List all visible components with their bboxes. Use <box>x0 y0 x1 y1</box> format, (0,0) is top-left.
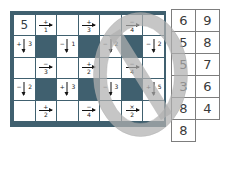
arrow-right-icon <box>82 67 95 68</box>
op-cell-r1c6: −4 <box>122 15 143 35</box>
op-cell-r2c7: −2 <box>143 36 164 56</box>
worksheet: 5+1+3−4+3−1−2−2−3+2−4−2+3−3+5+2−4×2 6958… <box>0 0 240 170</box>
op-cell-r4c5: −3 <box>100 79 121 99</box>
answer-cell-r5c3[interactable] <box>57 101 78 121</box>
operation-operand: 5 <box>158 84 162 89</box>
start-cell: 5 <box>14 15 35 35</box>
operation-operand: 3 <box>115 84 119 89</box>
operation-operand: 3 <box>28 41 32 46</box>
op-cell-r2c5: −2 <box>100 36 121 56</box>
blocked-cell <box>36 79 57 99</box>
operation-sign: − <box>130 19 135 24</box>
arrow-down-icon <box>67 82 68 95</box>
bank-cell-r1c1: 6 <box>171 9 196 32</box>
bank-cell-r6c1: 8 <box>171 119 196 142</box>
op-cell-r2c1: +3 <box>14 36 35 56</box>
operation-sign: − <box>130 61 135 66</box>
operation-operand: 2 <box>115 41 119 46</box>
operation-operand: 3 <box>71 84 75 89</box>
answer-cell-r1c5[interactable] <box>100 15 121 35</box>
arrow-down-icon <box>110 39 111 52</box>
arrow-down-icon <box>24 39 25 52</box>
answer-cell-r3c5[interactable] <box>100 58 121 78</box>
op-cell-r1c2: +1 <box>36 15 57 35</box>
answer-cell-r1c7[interactable] <box>143 15 164 35</box>
operation-sign: − <box>43 61 48 66</box>
number-bank: 69585736848 <box>172 10 220 142</box>
arrow-down-icon <box>110 82 111 95</box>
operation-sign: + <box>43 104 48 109</box>
operation-sign: + <box>43 19 48 24</box>
answer-cell-r5c7[interactable] <box>143 101 164 121</box>
operation-sign: + <box>86 19 91 24</box>
op-cell-r4c3: +3 <box>57 79 78 99</box>
answer-cell-r3c1[interactable] <box>14 58 35 78</box>
operation-operand: 2 <box>130 112 134 117</box>
operation-sign: − <box>60 41 65 46</box>
bank-cell-r3c2: 7 <box>195 53 220 76</box>
blocked-cell <box>122 79 143 99</box>
blocked-cell <box>79 79 100 99</box>
bank-cell-r4c2: 6 <box>195 75 220 98</box>
answer-cell-r3c7[interactable] <box>143 58 164 78</box>
operation-sign: − <box>103 41 108 46</box>
op-cell-r3c6: −4 <box>122 58 143 78</box>
bank-cell-r4c1: 3 <box>171 75 196 98</box>
operation-operand: 1 <box>44 27 48 32</box>
bank-cell-r1c2: 9 <box>195 9 220 32</box>
arrow-right-icon <box>126 110 139 111</box>
op-cell-r3c4: +2 <box>79 58 100 78</box>
op-cell-r4c1: −2 <box>14 79 35 99</box>
operation-operand: 4 <box>87 112 91 117</box>
operation-operand: 4 <box>130 69 134 74</box>
answer-cell-r5c5[interactable] <box>100 101 121 121</box>
operation-sign: − <box>86 104 91 109</box>
operation-sign: + <box>17 41 22 46</box>
arrow-right-icon <box>39 110 52 111</box>
operation-operand: 1 <box>71 41 75 46</box>
arrow-right-icon <box>126 67 139 68</box>
answer-cell-r5c1[interactable] <box>14 101 35 121</box>
arrow-right-icon <box>126 25 139 26</box>
puzzle-board: 5+1+3−4+3−1−2−2−3+2−4−2+3−3+5+2−4×2 <box>10 11 166 127</box>
answer-cell-r1c3[interactable] <box>57 15 78 35</box>
arrow-down-icon <box>153 39 154 52</box>
operation-sign: + <box>60 84 65 89</box>
blocked-cell <box>122 36 143 56</box>
operation-sign: + <box>146 84 151 89</box>
operation-operand: 2 <box>87 69 91 74</box>
operation-operand: 3 <box>87 27 91 32</box>
arrow-down-icon <box>67 39 68 52</box>
operation-sign: + <box>86 61 91 66</box>
op-cell-r3c2: −3 <box>36 58 57 78</box>
arrow-down-icon <box>24 82 25 95</box>
arrow-right-icon <box>82 25 95 26</box>
operation-operand: 2 <box>44 112 48 117</box>
operation-sign: − <box>146 41 151 46</box>
arrow-right-icon <box>39 67 52 68</box>
operation-operand: 2 <box>28 84 32 89</box>
bank-cell-r5c1: 8 <box>171 97 196 120</box>
arrow-down-icon <box>153 82 154 95</box>
operation-sign: × <box>130 104 135 109</box>
op-cell-r5c4: −4 <box>79 101 100 121</box>
op-cell-r5c2: +2 <box>36 101 57 121</box>
bank-cell-r3c1: 5 <box>171 53 196 76</box>
bank-cell-r2c1: 5 <box>171 31 196 54</box>
op-cell-r5c6: ×2 <box>122 101 143 121</box>
blocked-cell <box>36 36 57 56</box>
blocked-cell <box>79 36 100 56</box>
operation-operand: 4 <box>130 27 134 32</box>
bank-cell-r5c2: 4 <box>195 97 220 120</box>
arrow-right-icon <box>82 110 95 111</box>
bank-cell-r2c2: 8 <box>195 31 220 54</box>
op-cell-r2c3: −1 <box>57 36 78 56</box>
op-cell-r4c7: +5 <box>143 79 164 99</box>
operation-operand: 3 <box>44 69 48 74</box>
op-cell-r1c4: +3 <box>79 15 100 35</box>
operation-sign: − <box>103 84 108 89</box>
answer-cell-r3c3[interactable] <box>57 58 78 78</box>
operation-operand: 2 <box>158 41 162 46</box>
arrow-right-icon <box>39 25 52 26</box>
operation-sign: − <box>17 84 22 89</box>
